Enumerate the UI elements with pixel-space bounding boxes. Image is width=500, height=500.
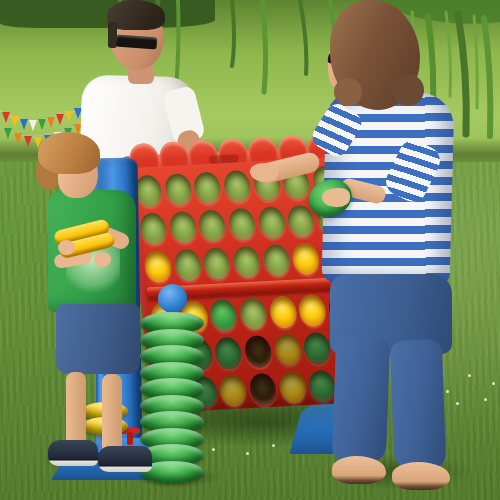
disc-green-r6c6 [307, 370, 337, 403]
bunting-flag [14, 133, 22, 144]
cell-r4c5 [267, 294, 299, 331]
cell-r4c4 [237, 295, 269, 332]
boy-shoe [48, 440, 98, 466]
daisy [468, 374, 471, 377]
cell-r5c5 [272, 331, 304, 368]
boy-hand [58, 240, 75, 255]
empty-hole-r2c2 [168, 211, 198, 244]
cell-r4c3 [208, 297, 240, 334]
disc-green-r5c6 [303, 332, 333, 365]
daisy [246, 452, 249, 455]
daisy [456, 402, 459, 405]
cell-r1c4 [221, 168, 253, 205]
woman-leg [332, 335, 390, 465]
disc-yellow-r4c6 [298, 294, 328, 327]
green-stack-pole-cap [158, 284, 187, 313]
bunting-flag [65, 111, 73, 122]
cell-r3c1 [142, 248, 174, 285]
woman-leg [390, 339, 447, 471]
empty-hole-r6c4 [248, 373, 278, 406]
cell-r6c3 [217, 372, 249, 409]
cell-r2c1 [137, 210, 169, 247]
cell-r1c2 [162, 171, 194, 208]
woman-hair-curl [392, 74, 424, 106]
empty-hole-r3c3 [202, 247, 232, 280]
boy-shorts [56, 304, 140, 374]
garden-connect-four-scene [0, 0, 500, 500]
bunting-flag [24, 136, 32, 147]
bunting-flag [4, 128, 12, 139]
daisy [212, 448, 215, 451]
empty-hole-r2c3 [197, 209, 227, 242]
daisy [484, 398, 487, 401]
disc-yellow-r3c6 [291, 242, 321, 275]
cell-r3c5 [260, 242, 292, 279]
disc-yellow-r3c1 [143, 250, 173, 283]
empty-hole-r2c4 [227, 208, 257, 241]
bunting-flag [29, 120, 37, 131]
empty-hole-r2c1 [138, 212, 168, 245]
bunting-flag [38, 119, 46, 130]
empty-hole-r1c4 [222, 170, 252, 203]
empty-hole-r3c4 [232, 245, 262, 278]
cell-r6c4 [247, 371, 279, 408]
cell-r3c3 [201, 245, 233, 282]
cell-r4c6 [297, 292, 329, 329]
boy-leg [66, 372, 86, 448]
boy-shoe [98, 446, 152, 472]
disc-yellow-r5c5 [273, 333, 303, 366]
empty-hole-r2c5 [257, 206, 287, 239]
cell-r5c4 [242, 333, 274, 370]
empty-hole-r5c4 [243, 335, 273, 368]
bunting-flag [2, 112, 10, 123]
cell-r2c3 [196, 207, 228, 244]
woman-foot [392, 462, 450, 490]
boy-hair [38, 132, 100, 174]
empty-hole-r1c3 [193, 171, 223, 204]
boy-hand [94, 252, 111, 267]
woman-foot [332, 456, 386, 484]
cell-r3c2 [171, 247, 203, 284]
disc-yellow-r4c5 [268, 296, 298, 329]
cell-r3c4 [231, 243, 263, 280]
woman-right-hand [250, 163, 278, 182]
cell-r1c3 [192, 169, 224, 206]
disc-yellow-r6c3 [218, 374, 248, 407]
boy-leg [102, 374, 122, 454]
cell-r6c5 [277, 369, 309, 406]
cell-r2c5 [256, 204, 288, 241]
bunting-flag [47, 117, 55, 128]
empty-hole-r3c5 [262, 244, 292, 277]
bunting-flag [11, 116, 19, 127]
disc-yellow-r6c5 [278, 371, 308, 404]
cell-r2c2 [167, 209, 199, 246]
molded-mark [208, 154, 239, 164]
woman-hair-curl [334, 78, 362, 106]
empty-hole-r3c2 [173, 249, 203, 282]
empty-hole-r4c4 [238, 297, 268, 330]
cell-r5c3 [212, 335, 244, 372]
woman-left-hand [322, 188, 350, 207]
cell-r2c4 [226, 206, 258, 243]
bunting-flag [20, 119, 28, 130]
daisy [446, 390, 449, 393]
cell-r5c6 [301, 330, 333, 367]
cell-r3c6 [290, 240, 322, 277]
daisy [492, 382, 495, 385]
empty-hole-r1c2 [163, 173, 193, 206]
disc-green-r4c3 [209, 299, 239, 332]
bunting-flag [56, 114, 64, 125]
disc-green-r5c3 [214, 337, 244, 370]
